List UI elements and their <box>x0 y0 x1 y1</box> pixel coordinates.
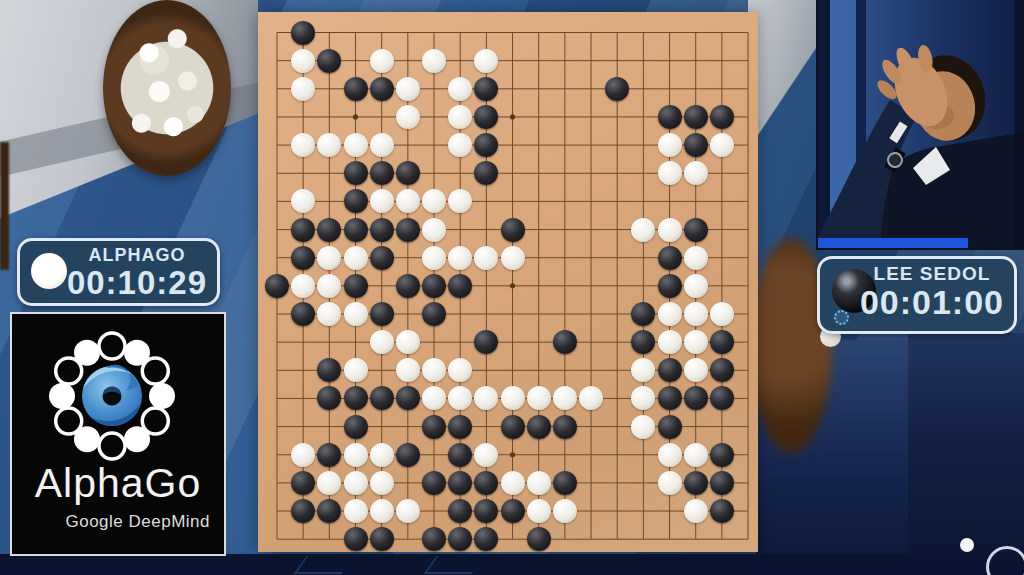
white-stone <box>370 133 394 157</box>
black-stone <box>370 246 394 270</box>
white-stone <box>658 218 682 242</box>
black-stone <box>658 246 682 270</box>
black-stone <box>291 246 315 270</box>
white-stone <box>344 471 368 495</box>
black-stone <box>422 471 446 495</box>
white-stone <box>527 499 551 523</box>
white-stone <box>370 443 394 467</box>
black-stone <box>396 218 420 242</box>
white-stone <box>370 499 394 523</box>
white-stone <box>684 161 708 185</box>
black-stone <box>317 218 341 242</box>
black-stone <box>344 415 368 439</box>
star-point <box>510 283 515 288</box>
alphago-clock-label: ALPHAGO <box>67 245 207 266</box>
black-stone <box>448 274 472 298</box>
white-stone <box>317 246 341 270</box>
black-stone <box>265 274 289 298</box>
black-stone <box>396 161 420 185</box>
logo-title: AlphaGo <box>12 460 224 507</box>
alphago-logo-icon <box>12 314 224 464</box>
black-stone <box>474 77 498 101</box>
white-stone <box>684 274 708 298</box>
black-stone <box>448 471 472 495</box>
byoyomi-indicator-icon <box>834 310 849 325</box>
black-stone <box>344 274 368 298</box>
white-stone <box>501 471 525 495</box>
black-stone <box>527 527 551 551</box>
logo-ring-dot <box>56 408 82 434</box>
white-stone <box>396 499 420 523</box>
black-stone <box>344 161 368 185</box>
white-stone <box>396 358 420 382</box>
white-stone-bowl <box>103 0 231 176</box>
white-stone <box>553 499 577 523</box>
dot-decoration <box>960 538 974 552</box>
black-stone <box>684 218 708 242</box>
white-stone <box>370 49 394 73</box>
black-stone <box>370 77 394 101</box>
black-stone <box>501 415 525 439</box>
black-stone <box>605 77 629 101</box>
chevron-decoration <box>294 556 355 574</box>
white-stone <box>474 246 498 270</box>
white-stone <box>631 415 655 439</box>
white-stone <box>291 49 315 73</box>
white-stone <box>344 499 368 523</box>
black-stone <box>370 386 394 410</box>
black-stone <box>684 386 708 410</box>
stone-bowl-edge <box>0 142 9 270</box>
black-stone <box>710 358 734 382</box>
go-board <box>258 12 758 552</box>
alphago-clock: ALPHAGO 00:10:29 <box>17 238 220 306</box>
white-stone <box>501 386 525 410</box>
white-stone <box>658 133 682 157</box>
white-stone <box>684 443 708 467</box>
logo-ring-dot <box>99 433 125 459</box>
white-stone <box>291 443 315 467</box>
white-stone <box>344 443 368 467</box>
logo-ring-dot <box>56 358 82 384</box>
star-point <box>353 114 358 119</box>
logo-ring-dot <box>149 383 175 409</box>
white-stone <box>710 133 734 157</box>
black-stone <box>317 49 341 73</box>
white-stone <box>344 358 368 382</box>
white-stone <box>684 246 708 270</box>
logo-ring-dot <box>124 426 150 452</box>
white-stone-icon <box>31 253 67 289</box>
chevron-decoration <box>424 556 485 574</box>
white-stone <box>344 246 368 270</box>
white-stone <box>396 77 420 101</box>
white-stone <box>474 443 498 467</box>
white-stone <box>684 358 708 382</box>
lee-sedol-clock: LEE SEDOL 00:01:00 <box>817 256 1017 334</box>
white-stone <box>501 246 525 270</box>
white-stone <box>370 189 394 213</box>
logo-subtitle: Google DeepMind <box>65 512 210 532</box>
black-stone <box>658 274 682 298</box>
black-stone <box>710 105 734 129</box>
black-stone <box>396 274 420 298</box>
black-stone <box>422 302 446 326</box>
black-stone <box>291 21 315 45</box>
black-stone <box>553 415 577 439</box>
black-stone <box>710 499 734 523</box>
star-point <box>510 114 515 119</box>
lee-sedol-photo <box>818 0 1024 248</box>
black-stone <box>422 415 446 439</box>
black-stone <box>658 415 682 439</box>
black-stone <box>710 443 734 467</box>
alphago-clock-time: 00:10:29 <box>67 266 207 299</box>
white-stone <box>658 302 682 326</box>
white-stone <box>370 330 394 354</box>
black-stone <box>370 218 394 242</box>
black-stone <box>527 415 551 439</box>
star-point <box>510 452 515 457</box>
logo-ring-dot <box>142 358 168 384</box>
white-stone <box>370 471 394 495</box>
logo-ring-dot <box>142 408 168 434</box>
white-stone <box>710 302 734 326</box>
black-stone <box>501 499 525 523</box>
black-stone <box>344 218 368 242</box>
black-stone <box>684 133 708 157</box>
white-stone <box>658 443 682 467</box>
logo-ring-dot <box>74 340 100 366</box>
logo-ring-dot <box>49 383 75 409</box>
black-stone <box>291 218 315 242</box>
black-stone <box>291 471 315 495</box>
bottom-bar <box>0 554 1024 575</box>
white-stone <box>474 49 498 73</box>
white-stone <box>396 105 420 129</box>
black-stone <box>344 386 368 410</box>
white-stone <box>396 330 420 354</box>
black-stone <box>658 105 682 129</box>
white-stone <box>422 218 446 242</box>
white-stone <box>658 161 682 185</box>
white-stone <box>317 274 341 298</box>
white-stone <box>527 471 551 495</box>
black-stone <box>684 105 708 129</box>
lee-clock-time: 00:01:00 <box>860 285 1004 319</box>
white-stone <box>291 274 315 298</box>
black-stone <box>344 77 368 101</box>
webcam-lee-sedol <box>816 0 1024 250</box>
black-stone <box>344 189 368 213</box>
black-stone <box>553 471 577 495</box>
white-stone <box>631 218 655 242</box>
black-stone <box>684 471 708 495</box>
white-stone <box>344 302 368 326</box>
white-stone <box>658 471 682 495</box>
black-stone <box>396 443 420 467</box>
black-stone <box>658 358 682 382</box>
black-stone <box>553 330 577 354</box>
black-stone <box>710 330 734 354</box>
white-stone <box>448 77 472 101</box>
black-stone <box>448 443 472 467</box>
white-stone <box>422 246 446 270</box>
white-stone <box>527 386 551 410</box>
white-stone <box>684 499 708 523</box>
white-stone <box>448 105 472 129</box>
logo-ring-dot <box>99 333 125 359</box>
white-stone <box>422 49 446 73</box>
white-stone <box>658 330 682 354</box>
black-stone <box>448 415 472 439</box>
black-stone <box>501 218 525 242</box>
lee-clock-label: LEE SEDOL <box>860 263 1004 285</box>
black-stone <box>291 302 315 326</box>
black-stone <box>370 527 394 551</box>
white-stone <box>291 77 315 101</box>
white-stone <box>684 330 708 354</box>
white-stone <box>684 302 708 326</box>
black-stone <box>370 161 394 185</box>
black-stone <box>710 471 734 495</box>
black-stone <box>422 274 446 298</box>
black-stone <box>344 527 368 551</box>
alphago-logo-panel: AlphaGo Google DeepMind <box>10 312 226 556</box>
logo-swirl <box>82 365 142 426</box>
black-stone <box>658 386 682 410</box>
white-stone <box>344 133 368 157</box>
black-stone <box>370 302 394 326</box>
white-stone <box>448 246 472 270</box>
black-stone <box>317 443 341 467</box>
